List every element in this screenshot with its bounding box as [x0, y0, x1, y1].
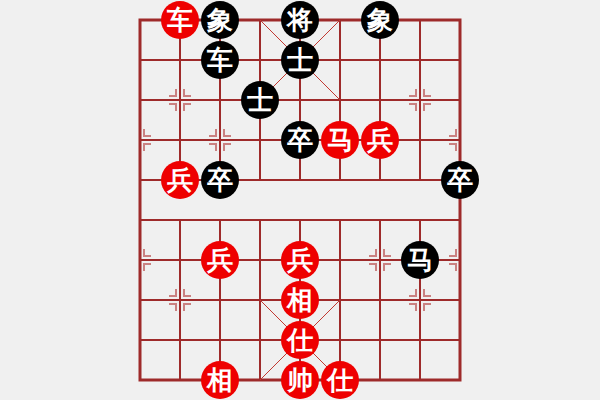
black-soldier[interactable]: 卒 [281, 121, 319, 159]
red-advisor[interactable]: 仕 [321, 361, 359, 399]
red-chariot[interactable]: 车 [161, 1, 199, 39]
red-soldier[interactable]: 兵 [161, 161, 199, 199]
black-elephant[interactable]: 象 [201, 1, 239, 39]
red-general[interactable]: 帅 [281, 361, 319, 399]
black-general[interactable]: 将 [281, 1, 319, 39]
black-soldier[interactable]: 卒 [201, 161, 239, 199]
black-advisor[interactable]: 士 [281, 41, 319, 79]
xiangqi-board-screenshot: 车象将象车士士卒马兵兵卒卒兵兵马相仕相帅仕 [0, 0, 600, 400]
red-soldier[interactable]: 兵 [361, 121, 399, 159]
red-horse[interactable]: 马 [321, 121, 359, 159]
red-soldier[interactable]: 兵 [281, 241, 319, 279]
black-advisor[interactable]: 士 [241, 81, 279, 119]
red-elephant[interactable]: 相 [201, 361, 239, 399]
red-advisor[interactable]: 仕 [281, 321, 319, 359]
black-horse[interactable]: 马 [401, 241, 439, 279]
red-soldier[interactable]: 兵 [201, 241, 239, 279]
black-soldier[interactable]: 卒 [441, 161, 479, 199]
red-elephant[interactable]: 相 [281, 281, 319, 319]
black-elephant[interactable]: 象 [361, 1, 399, 39]
black-chariot[interactable]: 车 [201, 41, 239, 79]
pieces-grid: 车象将象车士士卒马兵兵卒卒兵兵马相仕相帅仕 [120, 0, 480, 400]
